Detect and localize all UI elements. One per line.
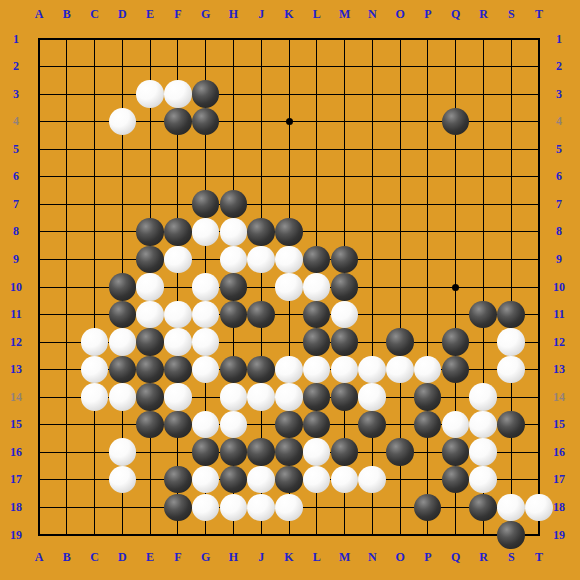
white-stone-G13[interactable]: ○: [192, 356, 220, 384]
black-stone-glyph: ●: [136, 383, 164, 411]
white-stone-glyph: ○: [331, 356, 359, 384]
black-stone-glyph: ●: [109, 273, 137, 301]
black-stone-glyph: ●: [275, 438, 303, 466]
white-stone-glyph: ○: [164, 301, 192, 329]
black-stone-E13[interactable]: ●: [136, 356, 164, 384]
black-stone-M16[interactable]: ●: [331, 438, 359, 466]
white-stone-H18[interactable]: ○: [220, 494, 248, 522]
black-stone-glyph: ●: [303, 411, 331, 439]
col-label-top-B: B: [57, 7, 77, 22]
white-stone-glyph: ○: [303, 438, 331, 466]
white-stone-glyph: ○: [275, 273, 303, 301]
white-stone-G12[interactable]: ○: [192, 328, 220, 356]
white-stone-N17[interactable]: ○: [358, 466, 386, 494]
black-stone-Q12[interactable]: ●: [442, 328, 470, 356]
row-label-left-8: 8: [2, 224, 30, 239]
row-label-right-15: 15: [545, 417, 573, 432]
col-label-bottom-D: D: [112, 550, 132, 565]
white-stone-glyph: ○: [469, 411, 497, 439]
black-stone-glyph: ●: [469, 494, 497, 522]
white-stone-glyph: ○: [414, 356, 442, 384]
col-label-top-K: K: [279, 7, 299, 22]
white-stone-glyph: ○: [109, 438, 137, 466]
black-stone-M10[interactable]: ●: [331, 273, 359, 301]
white-stone-D12[interactable]: ○: [109, 328, 137, 356]
col-label-bottom-P: P: [418, 550, 438, 565]
row-label-left-7: 7: [2, 197, 30, 212]
white-stone-R15[interactable]: ○: [469, 411, 497, 439]
black-stone-glyph: ●: [303, 246, 331, 274]
white-stone-glyph: ○: [469, 383, 497, 411]
white-stone-G8[interactable]: ○: [192, 218, 220, 246]
white-stone-M13[interactable]: ○: [331, 356, 359, 384]
row-label-right-8: 8: [545, 224, 573, 239]
black-stone-glyph: ●: [386, 438, 414, 466]
white-stone-F12[interactable]: ○: [164, 328, 192, 356]
col-label-bottom-M: M: [335, 550, 355, 565]
col-label-top-J: J: [251, 7, 271, 22]
white-stone-glyph: ○: [497, 356, 525, 384]
white-stone-L10[interactable]: ○: [303, 273, 331, 301]
row-label-right-2: 2: [545, 59, 573, 74]
black-stone-M14[interactable]: ●: [331, 383, 359, 411]
black-stone-glyph: ●: [164, 466, 192, 494]
row-label-right-16: 16: [545, 445, 573, 460]
black-stone-O12[interactable]: ●: [386, 328, 414, 356]
col-label-top-T: T: [529, 7, 549, 22]
white-stone-D14[interactable]: ○: [109, 383, 137, 411]
black-stone-H16[interactable]: ●: [220, 438, 248, 466]
row-label-right-1: 1: [545, 32, 573, 47]
row-label-left-3: 3: [2, 87, 30, 102]
black-stone-F15[interactable]: ●: [164, 411, 192, 439]
col-label-top-A: A: [29, 7, 49, 22]
black-stone-glyph: ●: [164, 356, 192, 384]
col-label-top-D: D: [112, 7, 132, 22]
black-stone-M12[interactable]: ●: [331, 328, 359, 356]
col-label-bottom-T: T: [529, 550, 549, 565]
white-stone-glyph: ○: [358, 383, 386, 411]
white-stone-glyph: ○: [525, 494, 553, 522]
white-stone-E3[interactable]: ○: [136, 80, 164, 108]
white-stone-glyph: ○: [164, 383, 192, 411]
row-label-right-10: 10: [545, 280, 573, 295]
black-stone-D10[interactable]: ●: [109, 273, 137, 301]
white-stone-glyph: ○: [192, 273, 220, 301]
black-stone-J8[interactable]: ●: [247, 218, 275, 246]
white-stone-glyph: ○: [220, 246, 248, 274]
white-stone-D16[interactable]: ○: [109, 438, 137, 466]
black-stone-glyph: ●: [192, 108, 220, 136]
row-label-right-12: 12: [545, 335, 573, 350]
black-stone-glyph: ●: [331, 273, 359, 301]
black-stone-glyph: ●: [164, 411, 192, 439]
white-stone-G11[interactable]: ○: [192, 301, 220, 329]
white-stone-L13[interactable]: ○: [303, 356, 331, 384]
black-stone-S11[interactable]: ●: [497, 301, 525, 329]
black-stone-glyph: ●: [192, 80, 220, 108]
white-stone-F11[interactable]: ○: [164, 301, 192, 329]
black-stone-glyph: ●: [136, 218, 164, 246]
white-stone-H9[interactable]: ○: [220, 246, 248, 274]
col-label-top-Q: Q: [446, 7, 466, 22]
white-stone-glyph: ○: [164, 246, 192, 274]
white-stone-H8[interactable]: ○: [220, 218, 248, 246]
black-stone-P14[interactable]: ●: [414, 383, 442, 411]
col-label-top-G: G: [196, 7, 216, 22]
black-stone-K17[interactable]: ●: [275, 466, 303, 494]
row-label-right-9: 9: [545, 252, 573, 267]
col-label-bottom-J: J: [251, 550, 271, 565]
row-label-right-5: 5: [545, 142, 573, 157]
row-label-right-6: 6: [545, 169, 573, 184]
white-stone-glyph: ○: [220, 411, 248, 439]
black-stone-glyph: ●: [469, 301, 497, 329]
row-label-left-13: 13: [2, 362, 30, 377]
white-stone-glyph: ○: [497, 328, 525, 356]
col-label-bottom-E: E: [140, 550, 160, 565]
black-stone-Q16[interactable]: ●: [442, 438, 470, 466]
white-stone-D17[interactable]: ○: [109, 466, 137, 494]
white-stone-T18[interactable]: ○: [525, 494, 553, 522]
white-stone-glyph: ○: [220, 383, 248, 411]
black-stone-F17[interactable]: ●: [164, 466, 192, 494]
black-stone-glyph: ●: [442, 466, 470, 494]
white-stone-glyph: ○: [81, 383, 109, 411]
black-stone-glyph: ●: [220, 466, 248, 494]
black-stone-J16[interactable]: ●: [247, 438, 275, 466]
black-stone-G7[interactable]: ●: [192, 190, 220, 218]
black-stone-glyph: ●: [303, 328, 331, 356]
white-stone-glyph: ○: [136, 301, 164, 329]
black-stone-D11[interactable]: ●: [109, 301, 137, 329]
black-stone-Q13[interactable]: ●: [442, 356, 470, 384]
white-stone-E11[interactable]: ○: [136, 301, 164, 329]
white-stone-F9[interactable]: ○: [164, 246, 192, 274]
black-stone-glyph: ●: [220, 438, 248, 466]
white-stone-glyph: ○: [81, 328, 109, 356]
col-label-bottom-O: O: [390, 550, 410, 565]
black-stone-glyph: ●: [220, 301, 248, 329]
white-stone-M17[interactable]: ○: [331, 466, 359, 494]
black-stone-glyph: ●: [275, 411, 303, 439]
black-stone-glyph: ●: [164, 218, 192, 246]
white-stone-K13[interactable]: ○: [275, 356, 303, 384]
white-stone-glyph: ○: [192, 301, 220, 329]
black-stone-L11[interactable]: ●: [303, 301, 331, 329]
white-stone-glyph: ○: [303, 356, 331, 384]
black-stone-glyph: ●: [414, 383, 442, 411]
go-board[interactable]: ○○●○●●●●●●●○○●●●○○○○●●●○○●○○●●○○○●●●○●●○…: [0, 0, 580, 580]
black-stone-J11[interactable]: ●: [247, 301, 275, 329]
black-stone-glyph: ●: [109, 301, 137, 329]
black-stone-glyph: ●: [136, 411, 164, 439]
white-stone-G15[interactable]: ○: [192, 411, 220, 439]
white-stone-F14[interactable]: ○: [164, 383, 192, 411]
white-stone-glyph: ○: [247, 466, 275, 494]
black-stone-E12[interactable]: ●: [136, 328, 164, 356]
white-stone-H15[interactable]: ○: [220, 411, 248, 439]
black-stone-glyph: ●: [136, 328, 164, 356]
white-stone-J9[interactable]: ○: [247, 246, 275, 274]
white-stone-S13[interactable]: ○: [497, 356, 525, 384]
row-label-right-4: 4: [545, 114, 573, 129]
white-stone-glyph: ○: [275, 494, 303, 522]
white-stone-M11[interactable]: ○: [331, 301, 359, 329]
white-stone-glyph: ○: [136, 273, 164, 301]
black-stone-K16[interactable]: ●: [275, 438, 303, 466]
black-stone-L15[interactable]: ●: [303, 411, 331, 439]
col-label-top-N: N: [362, 7, 382, 22]
white-stone-E10[interactable]: ○: [136, 273, 164, 301]
col-label-top-O: O: [390, 7, 410, 22]
white-stone-G17[interactable]: ○: [192, 466, 220, 494]
black-stone-S19[interactable]: ●: [497, 521, 525, 549]
white-stone-H14[interactable]: ○: [220, 383, 248, 411]
white-stone-S18[interactable]: ○: [497, 494, 525, 522]
white-stone-glyph: ○: [275, 383, 303, 411]
black-stone-glyph: ●: [358, 411, 386, 439]
black-stone-H17[interactable]: ●: [220, 466, 248, 494]
col-label-bottom-L: L: [307, 550, 327, 565]
white-stone-glyph: ○: [164, 328, 192, 356]
black-stone-glyph: ●: [275, 218, 303, 246]
row-label-left-1: 1: [2, 32, 30, 47]
black-stone-glyph: ●: [247, 356, 275, 384]
black-stone-glyph: ●: [192, 190, 220, 218]
row-label-left-6: 6: [2, 169, 30, 184]
black-stone-glyph: ●: [497, 411, 525, 439]
white-stone-C12[interactable]: ○: [81, 328, 109, 356]
black-stone-S15[interactable]: ●: [497, 411, 525, 439]
black-stone-H7[interactable]: ●: [220, 190, 248, 218]
black-stone-glyph: ●: [136, 356, 164, 384]
black-stone-H10[interactable]: ●: [220, 273, 248, 301]
col-label-top-C: C: [85, 7, 105, 22]
col-label-top-M: M: [335, 7, 355, 22]
white-stone-glyph: ○: [275, 356, 303, 384]
black-stone-glyph: ●: [247, 301, 275, 329]
col-label-bottom-G: G: [196, 550, 216, 565]
white-stone-Q15[interactable]: ○: [442, 411, 470, 439]
white-stone-R17[interactable]: ○: [469, 466, 497, 494]
white-stone-L16[interactable]: ○: [303, 438, 331, 466]
black-stone-E9[interactable]: ●: [136, 246, 164, 274]
black-stone-H11[interactable]: ●: [220, 301, 248, 329]
col-label-bottom-A: A: [29, 550, 49, 565]
white-stone-R14[interactable]: ○: [469, 383, 497, 411]
black-stone-O16[interactable]: ●: [386, 438, 414, 466]
black-stone-R11[interactable]: ●: [469, 301, 497, 329]
col-label-top-F: F: [168, 7, 188, 22]
white-stone-L17[interactable]: ○: [303, 466, 331, 494]
black-stone-glyph: ●: [164, 494, 192, 522]
white-stone-glyph: ○: [247, 494, 275, 522]
black-stone-glyph: ●: [220, 356, 248, 384]
row-label-left-15: 15: [2, 417, 30, 432]
col-label-top-E: E: [140, 7, 160, 22]
white-stone-J17[interactable]: ○: [247, 466, 275, 494]
black-stone-P15[interactable]: ●: [414, 411, 442, 439]
black-stone-H13[interactable]: ●: [220, 356, 248, 384]
col-label-bottom-S: S: [501, 550, 521, 565]
white-stone-J18[interactable]: ○: [247, 494, 275, 522]
white-stone-glyph: ○: [358, 356, 386, 384]
col-label-top-S: S: [501, 7, 521, 22]
white-stone-R16[interactable]: ○: [469, 438, 497, 466]
row-label-left-19: 19: [2, 528, 30, 543]
row-label-left-11: 11: [2, 307, 30, 322]
white-stone-glyph: ○: [442, 411, 470, 439]
black-stone-glyph: ●: [109, 356, 137, 384]
col-label-bottom-H: H: [223, 550, 243, 565]
white-stone-glyph: ○: [192, 494, 220, 522]
black-stone-M9[interactable]: ●: [331, 246, 359, 274]
white-stone-P13[interactable]: ○: [414, 356, 442, 384]
black-stone-K8[interactable]: ●: [275, 218, 303, 246]
col-label-bottom-N: N: [362, 550, 382, 565]
white-stone-glyph: ○: [331, 466, 359, 494]
row-label-right-17: 17: [545, 472, 573, 487]
white-stone-C13[interactable]: ○: [81, 356, 109, 384]
row-label-right-11: 11: [545, 307, 573, 322]
row-label-left-10: 10: [2, 280, 30, 295]
black-stone-K15[interactable]: ●: [275, 411, 303, 439]
black-stone-L9[interactable]: ●: [303, 246, 331, 274]
row-label-right-3: 3: [545, 87, 573, 102]
row-label-right-14: 14: [545, 390, 573, 405]
black-stone-Q4[interactable]: ●: [442, 108, 470, 136]
black-stone-glyph: ●: [247, 438, 275, 466]
black-stone-glyph: ●: [136, 246, 164, 274]
white-stone-glyph: ○: [109, 108, 137, 136]
black-stone-F8[interactable]: ●: [164, 218, 192, 246]
black-stone-glyph: ●: [442, 438, 470, 466]
white-stone-glyph: ○: [469, 438, 497, 466]
col-label-top-L: L: [307, 7, 327, 22]
white-stone-glyph: ○: [109, 328, 137, 356]
white-stone-glyph: ○: [497, 494, 525, 522]
white-stone-N14[interactable]: ○: [358, 383, 386, 411]
black-stone-glyph: ●: [442, 108, 470, 136]
black-stone-glyph: ●: [331, 383, 359, 411]
white-stone-glyph: ○: [109, 383, 137, 411]
col-label-bottom-C: C: [85, 550, 105, 565]
black-stone-glyph: ●: [331, 246, 359, 274]
row-label-left-17: 17: [2, 472, 30, 487]
white-stone-C14[interactable]: ○: [81, 383, 109, 411]
white-stone-G18[interactable]: ○: [192, 494, 220, 522]
white-stone-glyph: ○: [220, 494, 248, 522]
black-stone-glyph: ●: [442, 356, 470, 384]
row-label-right-7: 7: [545, 197, 573, 212]
white-stone-glyph: ○: [192, 328, 220, 356]
black-stone-D13[interactable]: ●: [109, 356, 137, 384]
white-stone-glyph: ○: [303, 466, 331, 494]
row-label-left-4: 4: [2, 114, 30, 129]
black-stone-glyph: ●: [164, 108, 192, 136]
col-label-top-H: H: [223, 7, 243, 22]
black-stone-P18[interactable]: ●: [414, 494, 442, 522]
white-stone-glyph: ○: [164, 80, 192, 108]
black-stone-glyph: ●: [247, 218, 275, 246]
black-stone-F13[interactable]: ●: [164, 356, 192, 384]
row-label-left-5: 5: [2, 142, 30, 157]
col-label-top-P: P: [418, 7, 438, 22]
black-stone-R18[interactable]: ●: [469, 494, 497, 522]
black-stone-N15[interactable]: ●: [358, 411, 386, 439]
row-label-left-2: 2: [2, 59, 30, 74]
black-stone-L14[interactable]: ●: [303, 383, 331, 411]
row-label-left-18: 18: [2, 500, 30, 515]
white-stone-glyph: ○: [220, 218, 248, 246]
black-stone-glyph: ●: [303, 301, 331, 329]
white-stone-K14[interactable]: ○: [275, 383, 303, 411]
white-stone-O13[interactable]: ○: [386, 356, 414, 384]
black-stone-glyph: ●: [220, 190, 248, 218]
black-stone-glyph: ●: [303, 383, 331, 411]
white-stone-glyph: ○: [303, 273, 331, 301]
black-stone-L12[interactable]: ●: [303, 328, 331, 356]
black-stone-E14[interactable]: ●: [136, 383, 164, 411]
black-stone-G16[interactable]: ●: [192, 438, 220, 466]
black-stone-glyph: ●: [220, 273, 248, 301]
white-stone-D4[interactable]: ○: [109, 108, 137, 136]
black-stone-E15[interactable]: ●: [136, 411, 164, 439]
white-stone-glyph: ○: [136, 80, 164, 108]
white-stone-glyph: ○: [81, 356, 109, 384]
black-stone-F4[interactable]: ●: [164, 108, 192, 136]
row-label-left-9: 9: [2, 252, 30, 267]
white-stone-glyph: ○: [192, 218, 220, 246]
white-stone-glyph: ○: [469, 466, 497, 494]
white-stone-glyph: ○: [247, 383, 275, 411]
white-stone-G10[interactable]: ○: [192, 273, 220, 301]
col-label-bottom-B: B: [57, 550, 77, 565]
white-stone-K9[interactable]: ○: [275, 246, 303, 274]
black-stone-G4[interactable]: ●: [192, 108, 220, 136]
black-stone-F18[interactable]: ●: [164, 494, 192, 522]
black-stone-E8[interactable]: ●: [136, 218, 164, 246]
black-stone-glyph: ●: [331, 328, 359, 356]
white-stone-glyph: ○: [192, 411, 220, 439]
row-label-right-13: 13: [545, 362, 573, 377]
white-stone-J14[interactable]: ○: [247, 383, 275, 411]
black-stone-glyph: ●: [386, 328, 414, 356]
white-stone-N13[interactable]: ○: [358, 356, 386, 384]
white-stone-glyph: ○: [247, 246, 275, 274]
white-stone-F3[interactable]: ○: [164, 80, 192, 108]
black-stone-glyph: ●: [497, 521, 525, 549]
white-stone-glyph: ○: [358, 466, 386, 494]
white-stone-K18[interactable]: ○: [275, 494, 303, 522]
row-label-left-12: 12: [2, 335, 30, 350]
black-stone-glyph: ●: [275, 466, 303, 494]
black-stone-G3[interactable]: ●: [192, 80, 220, 108]
white-stone-glyph: ○: [192, 466, 220, 494]
black-stone-Q17[interactable]: ●: [442, 466, 470, 494]
black-stone-glyph: ●: [414, 411, 442, 439]
white-stone-glyph: ○: [386, 356, 414, 384]
white-stone-K10[interactable]: ○: [275, 273, 303, 301]
black-stone-glyph: ●: [331, 438, 359, 466]
black-stone-J13[interactable]: ●: [247, 356, 275, 384]
col-label-bottom-R: R: [473, 550, 493, 565]
white-stone-S12[interactable]: ○: [497, 328, 525, 356]
row-label-left-14: 14: [2, 390, 30, 405]
white-stone-glyph: ○: [109, 466, 137, 494]
row-label-right-19: 19: [545, 528, 573, 543]
